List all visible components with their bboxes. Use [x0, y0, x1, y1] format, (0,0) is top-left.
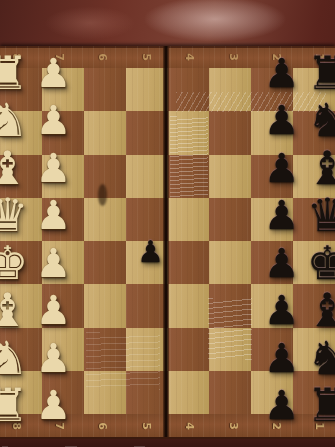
- white-pawn-piece[interactable]: ♟: [35, 195, 71, 235]
- black-king-piece[interactable]: ♚: [307, 239, 335, 285]
- rank-label: 6: [96, 53, 109, 61]
- white-bishop-piece[interactable]: ♝: [0, 287, 28, 333]
- square[interactable]: [209, 111, 251, 154]
- white-rook-piece[interactable]: ♜: [0, 49, 28, 95]
- square[interactable]: [126, 155, 168, 198]
- black-queen-piece[interactable]: ♛: [307, 192, 335, 238]
- rank-label: 4: [183, 422, 196, 430]
- white-bishop-piece[interactable]: ♝: [0, 144, 28, 190]
- rank-label: 5: [139, 422, 152, 430]
- chess-board: 8765432187654321♜♟♟♜♞♟♟♞♝♟♟♝♛♟♟♛♚♟♟♟♚♝♟♟…: [0, 46, 335, 437]
- white-king-piece[interactable]: ♚: [0, 239, 28, 285]
- black-pawn-piece[interactable]: ♟: [264, 338, 300, 378]
- square[interactable]: [168, 284, 210, 327]
- white-pawn-piece[interactable]: ♟: [35, 100, 71, 140]
- black-pawn-piece[interactable]: ♟: [264, 148, 300, 188]
- black-pawn-piece[interactable]: ♟: [137, 236, 164, 266]
- black-knight-piece[interactable]: ♞: [307, 97, 335, 143]
- rank-label: 4: [183, 53, 196, 61]
- chessboard-photo: 8765432187654321♜♟♟♜♞♟♟♞♝♟♟♝♛♟♟♛♚♟♟♟♚♝♟♟…: [0, 0, 335, 447]
- white-pawn-piece[interactable]: ♟: [35, 338, 71, 378]
- white-rook-piece[interactable]: ♜: [0, 382, 28, 428]
- black-pawn-piece[interactable]: ♟: [264, 53, 300, 93]
- black-pawn-piece[interactable]: ♟: [264, 385, 300, 425]
- square[interactable]: [209, 284, 251, 327]
- square[interactable]: [209, 241, 251, 284]
- white-queen-piece[interactable]: ♛: [0, 192, 28, 238]
- square[interactable]: [126, 68, 168, 111]
- square[interactable]: [84, 284, 126, 327]
- rank-label: 3: [226, 422, 239, 430]
- black-rook-piece[interactable]: ♜: [307, 49, 335, 95]
- square[interactable]: [168, 198, 210, 241]
- square[interactable]: [209, 68, 251, 111]
- white-pawn-piece[interactable]: ♟: [35, 53, 71, 93]
- black-pawn-piece[interactable]: ♟: [264, 195, 300, 235]
- square[interactable]: [126, 111, 168, 154]
- square[interactable]: [84, 155, 126, 198]
- square[interactable]: [168, 241, 210, 284]
- black-pawn-piece[interactable]: ♟: [264, 100, 300, 140]
- rank-label: 6: [96, 422, 109, 430]
- square[interactable]: [168, 371, 210, 414]
- square[interactable]: [84, 328, 126, 371]
- square[interactable]: [209, 155, 251, 198]
- table-light-reflection: [30, 0, 150, 46]
- square[interactable]: [168, 68, 210, 111]
- black-bishop-piece[interactable]: ♝: [307, 287, 335, 333]
- square[interactable]: [126, 328, 168, 371]
- black-rook-piece[interactable]: ♜: [307, 382, 335, 428]
- square[interactable]: [168, 155, 210, 198]
- rank-label: 3: [226, 53, 239, 61]
- square[interactable]: [209, 328, 251, 371]
- square[interactable]: [84, 241, 126, 284]
- square[interactable]: [126, 371, 168, 414]
- rank-label: 5: [139, 53, 152, 61]
- white-knight-piece[interactable]: ♞: [0, 97, 28, 143]
- square[interactable]: [168, 111, 210, 154]
- square[interactable]: [126, 284, 168, 327]
- white-knight-piece[interactable]: ♞: [0, 335, 28, 381]
- square[interactable]: [84, 111, 126, 154]
- square[interactable]: [84, 198, 126, 241]
- black-pawn-piece[interactable]: ♟: [264, 290, 300, 330]
- white-pawn-piece[interactable]: ♟: [35, 148, 71, 188]
- square[interactable]: [209, 371, 251, 414]
- black-pawn-piece[interactable]: ♟: [264, 243, 300, 283]
- black-knight-piece[interactable]: ♞: [307, 335, 335, 381]
- white-pawn-piece[interactable]: ♟: [35, 243, 71, 283]
- square[interactable]: [168, 328, 210, 371]
- square[interactable]: [84, 68, 126, 111]
- square[interactable]: [84, 371, 126, 414]
- white-pawn-piece[interactable]: ♟: [35, 385, 71, 425]
- square[interactable]: [209, 198, 251, 241]
- black-bishop-piece[interactable]: ♝: [307, 144, 335, 190]
- white-pawn-piece[interactable]: ♟: [35, 290, 71, 330]
